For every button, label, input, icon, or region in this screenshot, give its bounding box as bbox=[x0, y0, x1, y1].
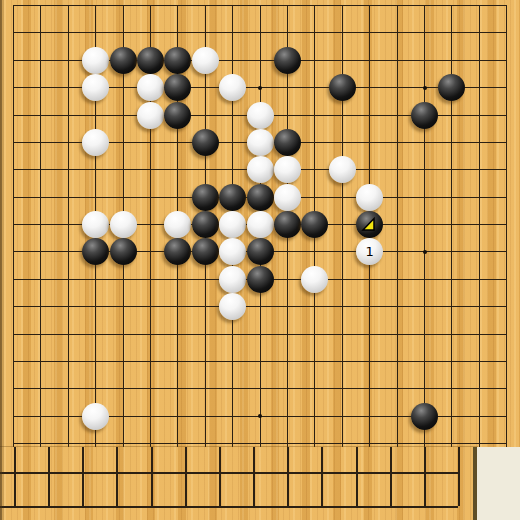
stone-black[interactable] bbox=[274, 211, 301, 238]
stone-black[interactable] bbox=[110, 238, 137, 265]
magnified-grid-line-horizontal bbox=[0, 506, 458, 508]
magnified-grid-line-vertical bbox=[390, 447, 392, 506]
stone-black[interactable] bbox=[274, 129, 301, 156]
magnified-grid-line-vertical bbox=[321, 447, 323, 506]
stone-white[interactable] bbox=[137, 74, 164, 101]
magnified-grid-line-vertical bbox=[151, 447, 153, 506]
stone-white[interactable] bbox=[192, 47, 219, 74]
move-number-label: 1 bbox=[366, 245, 374, 258]
stone-black[interactable] bbox=[219, 184, 246, 211]
stone-white[interactable] bbox=[247, 102, 274, 129]
stone-black[interactable] bbox=[164, 238, 191, 265]
magnified-grid-line-horizontal bbox=[0, 472, 458, 474]
stone-black[interactable] bbox=[192, 211, 219, 238]
stone-white[interactable] bbox=[219, 293, 246, 320]
magnified-grid-line-vertical bbox=[116, 447, 118, 506]
stone-black[interactable] bbox=[411, 403, 438, 430]
magnified-grid-line-vertical bbox=[287, 447, 289, 506]
go-board-screenshot: 1 bbox=[0, 0, 520, 520]
stone-black[interactable] bbox=[247, 266, 274, 293]
magnified-grid-line-vertical bbox=[356, 447, 358, 506]
stone-black[interactable] bbox=[82, 238, 109, 265]
stone-black[interactable] bbox=[164, 74, 191, 101]
magnified-grid-line-vertical bbox=[82, 447, 84, 506]
stone-black-last-move-triangle[interactable] bbox=[356, 211, 383, 238]
stone-white[interactable] bbox=[274, 184, 301, 211]
magnified-grid-line-vertical bbox=[219, 447, 221, 506]
stone-black[interactable] bbox=[274, 47, 301, 74]
stone-white[interactable] bbox=[247, 211, 274, 238]
stone-black[interactable] bbox=[438, 74, 465, 101]
magnified-grid-line-vertical bbox=[458, 447, 460, 506]
magnified-grid-line-vertical bbox=[185, 447, 187, 506]
app-background-panel bbox=[477, 447, 520, 520]
stone-black[interactable] bbox=[164, 102, 191, 129]
stone-white[interactable] bbox=[274, 156, 301, 183]
stone-white[interactable] bbox=[219, 74, 246, 101]
magnified-grid-line-vertical bbox=[424, 447, 426, 506]
stone-black[interactable] bbox=[301, 211, 328, 238]
stone-black[interactable] bbox=[164, 47, 191, 74]
stone-black[interactable] bbox=[192, 184, 219, 211]
stone-black[interactable] bbox=[192, 238, 219, 265]
stone-black[interactable] bbox=[247, 184, 274, 211]
stone-white[interactable] bbox=[329, 156, 356, 183]
stone-white[interactable] bbox=[82, 403, 109, 430]
stone-white[interactable] bbox=[247, 156, 274, 183]
magnified-board-edge-strip bbox=[0, 447, 520, 520]
stone-white[interactable] bbox=[164, 211, 191, 238]
magnified-grid-line-vertical bbox=[48, 447, 50, 506]
stone-white[interactable] bbox=[82, 74, 109, 101]
stone-black[interactable] bbox=[137, 47, 164, 74]
triangle-marker-icon bbox=[361, 216, 378, 233]
stone-black[interactable] bbox=[247, 238, 274, 265]
stone-black[interactable] bbox=[329, 74, 356, 101]
stone-white[interactable] bbox=[219, 238, 246, 265]
stone-black[interactable] bbox=[110, 47, 137, 74]
stone-white[interactable] bbox=[247, 129, 274, 156]
board-edge-divider bbox=[0, 446, 478, 447]
stone-black[interactable] bbox=[192, 129, 219, 156]
stone-white[interactable] bbox=[219, 266, 246, 293]
stone-white[interactable] bbox=[137, 102, 164, 129]
stone-black[interactable] bbox=[411, 102, 438, 129]
magnified-grid-line-vertical bbox=[253, 447, 255, 506]
stone-white[interactable] bbox=[219, 211, 246, 238]
stone-white[interactable] bbox=[110, 211, 137, 238]
stone-white[interactable] bbox=[301, 266, 328, 293]
stones-layer: 1 bbox=[0, 0, 520, 447]
stone-white[interactable] bbox=[82, 129, 109, 156]
board-left-edge-shadow bbox=[0, 0, 5, 520]
stone-white[interactable] bbox=[82, 47, 109, 74]
stone-white-move-number[interactable]: 1 bbox=[356, 238, 383, 265]
stone-white[interactable] bbox=[356, 184, 383, 211]
magnified-grid-line-vertical bbox=[14, 447, 16, 506]
stone-white[interactable] bbox=[82, 211, 109, 238]
